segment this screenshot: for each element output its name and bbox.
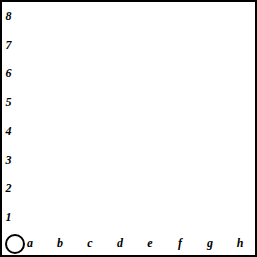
rank-label-4: 4 [2, 117, 15, 146]
rank-label-3: 3 [2, 146, 15, 175]
chess-board[interactable] [15, 2, 255, 232]
rank-label-7: 7 [2, 31, 15, 60]
white-to-move-indicator [5, 234, 25, 254]
rank-label-6: 6 [2, 60, 15, 89]
rank-label-8: 8 [2, 2, 15, 31]
file-label-g: g [195, 232, 225, 255]
file-labels: abcdefgh [15, 232, 255, 255]
chess-diagram: 87654321 abcdefgh [0, 0, 257, 257]
rank-label-2: 2 [2, 175, 15, 204]
rank-labels: 87654321 [2, 2, 15, 232]
file-label-e: e [135, 232, 165, 255]
file-label-h: h [225, 232, 255, 255]
rank-label-1: 1 [2, 203, 15, 232]
file-label-d: d [105, 232, 135, 255]
rank-label-5: 5 [2, 88, 15, 117]
file-label-b: b [45, 232, 75, 255]
file-label-f: f [165, 232, 195, 255]
file-label-c: c [75, 232, 105, 255]
